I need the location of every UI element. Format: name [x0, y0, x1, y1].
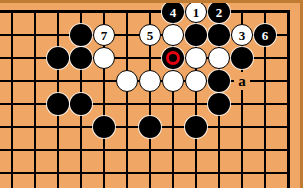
grid-line-v-1	[34, 11, 36, 188]
go-board[interactable]: 4127536a	[0, 0, 303, 188]
stone-black[interactable]	[93, 116, 115, 138]
stone-black[interactable]	[185, 116, 207, 138]
stone-black[interactable]	[231, 47, 253, 69]
stone-white-3[interactable]: 3	[231, 24, 253, 46]
stone-black[interactable]	[185, 24, 207, 46]
stone-black[interactable]	[208, 70, 230, 92]
stone-white[interactable]	[116, 70, 138, 92]
stone-white[interactable]	[162, 70, 184, 92]
stone-black[interactable]	[208, 24, 230, 46]
stone-white[interactable]	[162, 24, 184, 46]
stone-white-7[interactable]: 7	[93, 24, 115, 46]
image-border-right	[300, 0, 303, 188]
stone-number: 1	[193, 6, 200, 19]
stone-black[interactable]	[47, 93, 69, 115]
stone-white[interactable]	[185, 47, 207, 69]
image-border-top	[0, 0, 303, 3]
grid-line-h-7	[0, 172, 288, 174]
stone-black[interactable]	[70, 47, 92, 69]
stone-black-2[interactable]: 2	[208, 1, 230, 23]
stone-number: 6	[262, 29, 269, 42]
grid-line-v-5	[126, 11, 128, 188]
stone-black[interactable]	[47, 47, 69, 69]
board-label-a[interactable]: a	[234, 72, 250, 90]
board-edge-top	[0, 10, 290, 13]
board-edge-right	[287, 10, 290, 188]
stone-black-6[interactable]: 6	[254, 24, 276, 46]
stone-black[interactable]	[70, 93, 92, 115]
stone-black-4[interactable]: 4	[162, 1, 184, 23]
stone-number: 4	[170, 6, 177, 19]
stone-white-5[interactable]: 5	[139, 24, 161, 46]
stone-number: 5	[147, 29, 154, 42]
stone-white[interactable]	[93, 47, 115, 69]
stone-number: 7	[101, 29, 108, 42]
stone-white[interactable]	[208, 47, 230, 69]
stone-number: 3	[239, 29, 246, 42]
go-diagram: 4127536a	[0, 0, 303, 188]
stone-black-marked[interactable]	[162, 47, 184, 69]
grid-line-h-4	[0, 103, 288, 105]
stone-black[interactable]	[70, 24, 92, 46]
grid-line-v-0	[11, 11, 13, 188]
stone-white[interactable]	[139, 70, 161, 92]
stone-black[interactable]	[139, 116, 161, 138]
stone-white[interactable]	[185, 70, 207, 92]
red-circle-marker	[166, 51, 180, 65]
stone-black[interactable]	[208, 93, 230, 115]
grid-line-h-6	[0, 149, 288, 151]
stone-white-1[interactable]: 1	[185, 1, 207, 23]
stone-number: 2	[216, 6, 223, 19]
